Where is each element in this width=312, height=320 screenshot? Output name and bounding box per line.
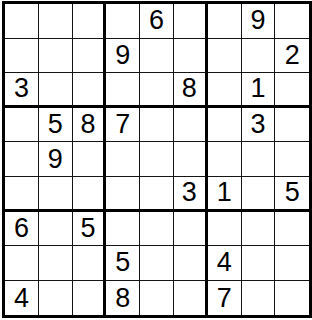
cell-r5c3[interactable] xyxy=(73,142,107,177)
cell-r6c5[interactable] xyxy=(140,177,174,212)
cell-r2c4[interactable]: 9 xyxy=(106,39,140,74)
cell-r2c2[interactable] xyxy=(39,39,73,74)
cell-r1c8[interactable]: 9 xyxy=(242,4,276,39)
cell-r9c7[interactable]: 7 xyxy=(208,281,242,316)
cell-r2c7[interactable] xyxy=(208,39,242,74)
cell-r2c6[interactable] xyxy=(174,39,208,74)
cell-r7c6[interactable] xyxy=(174,212,208,247)
cell-r4c7[interactable] xyxy=(208,108,242,143)
cell-r1c7[interactable] xyxy=(208,4,242,39)
cell-r9c6[interactable] xyxy=(174,281,208,316)
cell-r4c1[interactable] xyxy=(5,108,39,143)
cell-r9c5[interactable] xyxy=(140,281,174,316)
cell-r2c3[interactable] xyxy=(73,39,107,74)
cell-r5c6[interactable] xyxy=(174,142,208,177)
cell-r5c2[interactable]: 9 xyxy=(39,142,73,177)
cell-r6c4[interactable] xyxy=(106,177,140,212)
cell-r5c4[interactable] xyxy=(106,142,140,177)
cell-r7c1[interactable]: 6 xyxy=(5,212,39,247)
cell-r4c2[interactable]: 5 xyxy=(39,108,73,143)
cell-r1c4[interactable] xyxy=(106,4,140,39)
cell-r9c1[interactable]: 4 xyxy=(5,281,39,316)
cell-r8c1[interactable] xyxy=(5,246,39,281)
cell-r3c8[interactable]: 1 xyxy=(242,73,276,108)
cell-r8c5[interactable] xyxy=(140,246,174,281)
cell-r3c5[interactable] xyxy=(140,73,174,108)
cell-r5c8[interactable] xyxy=(242,142,276,177)
cell-r7c2[interactable] xyxy=(39,212,73,247)
cell-r9c4[interactable]: 8 xyxy=(106,281,140,316)
cell-r3c9[interactable] xyxy=(275,73,309,108)
cell-r5c5[interactable] xyxy=(140,142,174,177)
cell-r4c3[interactable]: 8 xyxy=(73,108,107,143)
cell-r9c8[interactable] xyxy=(242,281,276,316)
cell-r3c3[interactable] xyxy=(73,73,107,108)
cell-r4c6[interactable] xyxy=(174,108,208,143)
cell-r2c9[interactable]: 2 xyxy=(275,39,309,74)
cell-r2c8[interactable] xyxy=(242,39,276,74)
cell-r5c9[interactable] xyxy=(275,142,309,177)
cell-r3c2[interactable] xyxy=(39,73,73,108)
cell-r1c5[interactable]: 6 xyxy=(140,4,174,39)
cell-r2c5[interactable] xyxy=(140,39,174,74)
cell-r9c3[interactable] xyxy=(73,281,107,316)
cell-r7c4[interactable] xyxy=(106,212,140,247)
cell-r7c8[interactable] xyxy=(242,212,276,247)
cell-r8c7[interactable]: 4 xyxy=(208,246,242,281)
cell-r3c4[interactable] xyxy=(106,73,140,108)
cell-r6c6[interactable]: 3 xyxy=(174,177,208,212)
sudoku-board: 6992381587393156554487 xyxy=(2,1,312,318)
cell-r9c9[interactable] xyxy=(275,281,309,316)
cell-r4c4[interactable]: 7 xyxy=(106,108,140,143)
cell-r6c9[interactable]: 5 xyxy=(275,177,309,212)
cell-r6c3[interactable] xyxy=(73,177,107,212)
cell-r6c2[interactable] xyxy=(39,177,73,212)
cell-r6c8[interactable] xyxy=(242,177,276,212)
cell-r6c7[interactable]: 1 xyxy=(208,177,242,212)
cell-r7c9[interactable] xyxy=(275,212,309,247)
cell-r6c1[interactable] xyxy=(5,177,39,212)
cell-r1c3[interactable] xyxy=(73,4,107,39)
cell-r4c5[interactable] xyxy=(140,108,174,143)
cell-r7c3[interactable]: 5 xyxy=(73,212,107,247)
cell-r5c7[interactable] xyxy=(208,142,242,177)
cell-r7c7[interactable] xyxy=(208,212,242,247)
cell-r8c9[interactable] xyxy=(275,246,309,281)
cell-r8c3[interactable] xyxy=(73,246,107,281)
cell-r5c1[interactable] xyxy=(5,142,39,177)
cell-r1c2[interactable] xyxy=(39,4,73,39)
cell-r8c6[interactable] xyxy=(174,246,208,281)
cell-r3c7[interactable] xyxy=(208,73,242,108)
cell-r4c9[interactable] xyxy=(275,108,309,143)
cell-r1c6[interactable] xyxy=(174,4,208,39)
cell-r8c8[interactable] xyxy=(242,246,276,281)
cell-r4c8[interactable]: 3 xyxy=(242,108,276,143)
cell-r7c5[interactable] xyxy=(140,212,174,247)
cell-r3c6[interactable]: 8 xyxy=(174,73,208,108)
cell-r8c4[interactable]: 5 xyxy=(106,246,140,281)
cell-r1c9[interactable] xyxy=(275,4,309,39)
cell-r3c1[interactable]: 3 xyxy=(5,73,39,108)
cell-r1c1[interactable] xyxy=(5,4,39,39)
cell-r2c1[interactable] xyxy=(5,39,39,74)
cell-r8c2[interactable] xyxy=(39,246,73,281)
cell-r9c2[interactable] xyxy=(39,281,73,316)
